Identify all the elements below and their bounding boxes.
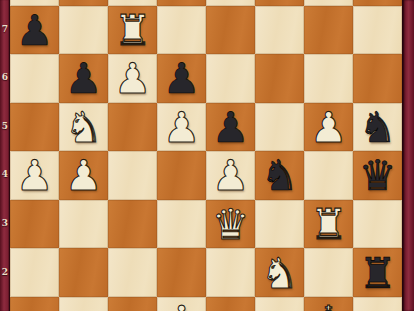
square-b7[interactable]: [59, 6, 108, 55]
square-g5[interactable]: ♟: [304, 103, 353, 152]
rank-label-5: 5: [0, 121, 10, 131]
square-h5[interactable]: ♞: [353, 103, 402, 152]
chess-board: ♜♝♚♟♜♟♟♟♞♟♟♟♞♟♟♟♞♛♛♜♞♜♝♚: [10, 0, 402, 311]
square-c6[interactable]: ♟: [108, 54, 157, 103]
square-d1[interactable]: ♝: [157, 297, 206, 311]
square-d6[interactable]: ♟: [157, 54, 206, 103]
square-f1[interactable]: [255, 297, 304, 311]
square-a7[interactable]: ♟: [10, 6, 59, 55]
square-d4[interactable]: [157, 151, 206, 200]
square-e3[interactable]: ♛: [206, 200, 255, 249]
square-d3[interactable]: [157, 200, 206, 249]
square-g6[interactable]: [304, 54, 353, 103]
square-b1[interactable]: [59, 297, 108, 311]
square-c7[interactable]: ♜: [108, 6, 157, 55]
square-d5[interactable]: ♟: [157, 103, 206, 152]
white-bishop[interactable]: ♝: [163, 298, 201, 311]
square-d2[interactable]: [157, 248, 206, 297]
square-b3[interactable]: [59, 200, 108, 249]
white-king[interactable]: ♚: [310, 298, 348, 311]
square-h7[interactable]: [353, 6, 402, 55]
square-h4[interactable]: ♛: [353, 151, 402, 200]
black-knight[interactable]: ♞: [261, 152, 299, 200]
black-rook[interactable]: ♜: [359, 250, 397, 298]
black-pawn[interactable]: ♟: [163, 55, 201, 103]
square-b6[interactable]: ♟: [59, 54, 108, 103]
square-h3[interactable]: [353, 200, 402, 249]
square-a1[interactable]: [10, 297, 59, 311]
board-border-left: [0, 0, 10, 311]
square-g1[interactable]: ♚: [304, 297, 353, 311]
black-queen[interactable]: ♛: [359, 152, 397, 200]
square-b5[interactable]: ♞: [59, 103, 108, 152]
rank-label-2: 2: [0, 267, 10, 277]
square-c3[interactable]: [108, 200, 157, 249]
rank-label-3: 3: [0, 218, 10, 228]
square-e7[interactable]: [206, 6, 255, 55]
square-f7[interactable]: [255, 6, 304, 55]
square-g2[interactable]: [304, 248, 353, 297]
square-f2[interactable]: ♞: [255, 248, 304, 297]
square-g4[interactable]: [304, 151, 353, 200]
square-a6[interactable]: [10, 54, 59, 103]
square-e2[interactable]: [206, 248, 255, 297]
square-b4[interactable]: ♟: [59, 151, 108, 200]
square-h2[interactable]: ♜: [353, 248, 402, 297]
board-border-right: [402, 0, 414, 311]
square-c5[interactable]: [108, 103, 157, 152]
rank-label-6: 6: [0, 72, 10, 82]
white-pawn[interactable]: ♟: [163, 104, 201, 152]
square-g3[interactable]: ♜: [304, 200, 353, 249]
white-pawn[interactable]: ♟: [65, 152, 103, 200]
rank-label-4: 4: [0, 169, 10, 179]
black-pawn[interactable]: ♟: [212, 104, 250, 152]
square-e4[interactable]: ♟: [206, 151, 255, 200]
square-f6[interactable]: [255, 54, 304, 103]
white-rook[interactable]: ♜: [114, 7, 152, 55]
white-queen[interactable]: ♛: [212, 201, 250, 249]
white-pawn[interactable]: ♟: [114, 55, 152, 103]
white-rook[interactable]: ♜: [310, 201, 348, 249]
white-knight[interactable]: ♞: [261, 250, 299, 298]
square-c2[interactable]: [108, 248, 157, 297]
white-knight[interactable]: ♞: [65, 104, 103, 152]
black-pawn[interactable]: ♟: [16, 7, 54, 55]
square-d7[interactable]: [157, 6, 206, 55]
square-b2[interactable]: [59, 248, 108, 297]
square-h1[interactable]: [353, 297, 402, 311]
black-pawn[interactable]: ♟: [65, 55, 103, 103]
white-pawn[interactable]: ♟: [212, 152, 250, 200]
square-a2[interactable]: [10, 248, 59, 297]
square-f5[interactable]: [255, 103, 304, 152]
square-c4[interactable]: [108, 151, 157, 200]
square-a4[interactable]: ♟: [10, 151, 59, 200]
black-knight[interactable]: ♞: [359, 104, 397, 152]
square-e6[interactable]: [206, 54, 255, 103]
square-f3[interactable]: [255, 200, 304, 249]
square-e1[interactable]: [206, 297, 255, 311]
white-pawn[interactable]: ♟: [310, 104, 348, 152]
white-pawn[interactable]: ♟: [16, 152, 54, 200]
square-a5[interactable]: [10, 103, 59, 152]
square-a3[interactable]: [10, 200, 59, 249]
chess-board-diagram: ♜♝♚♟♜♟♟♟♞♟♟♟♞♟♟♟♞♛♛♜♞♜♝♚ 87654321: [0, 0, 414, 311]
square-h6[interactable]: [353, 54, 402, 103]
square-e5[interactable]: ♟: [206, 103, 255, 152]
rank-label-7: 7: [0, 24, 10, 34]
square-c1[interactable]: [108, 297, 157, 311]
square-f4[interactable]: ♞: [255, 151, 304, 200]
square-g7[interactable]: [304, 6, 353, 55]
